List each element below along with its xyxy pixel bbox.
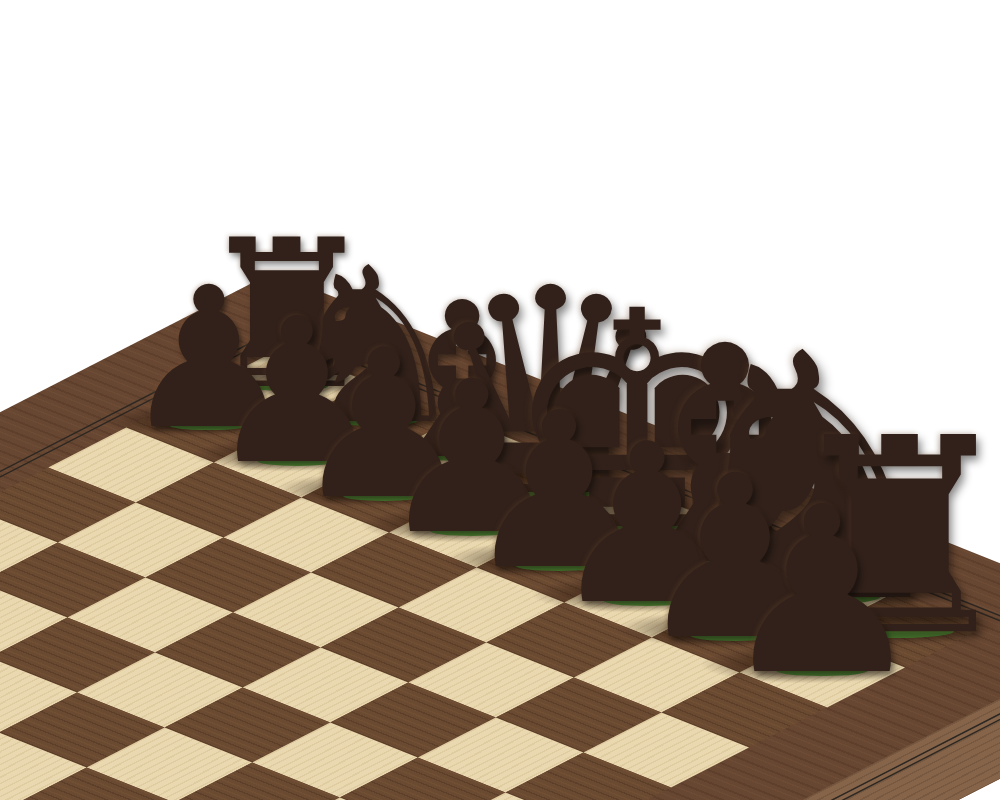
pieces-layer: ♜♞♝♛♚♝♞♜♟♟♟♟♟♟♟♟	[0, 0, 1000, 800]
piece-black-pawn-h7: ♟	[719, 477, 925, 707]
chess-set-product-photo: ♜♞♝♛♚♝♞♜♟♟♟♟♟♟♟♟	[0, 0, 1000, 800]
